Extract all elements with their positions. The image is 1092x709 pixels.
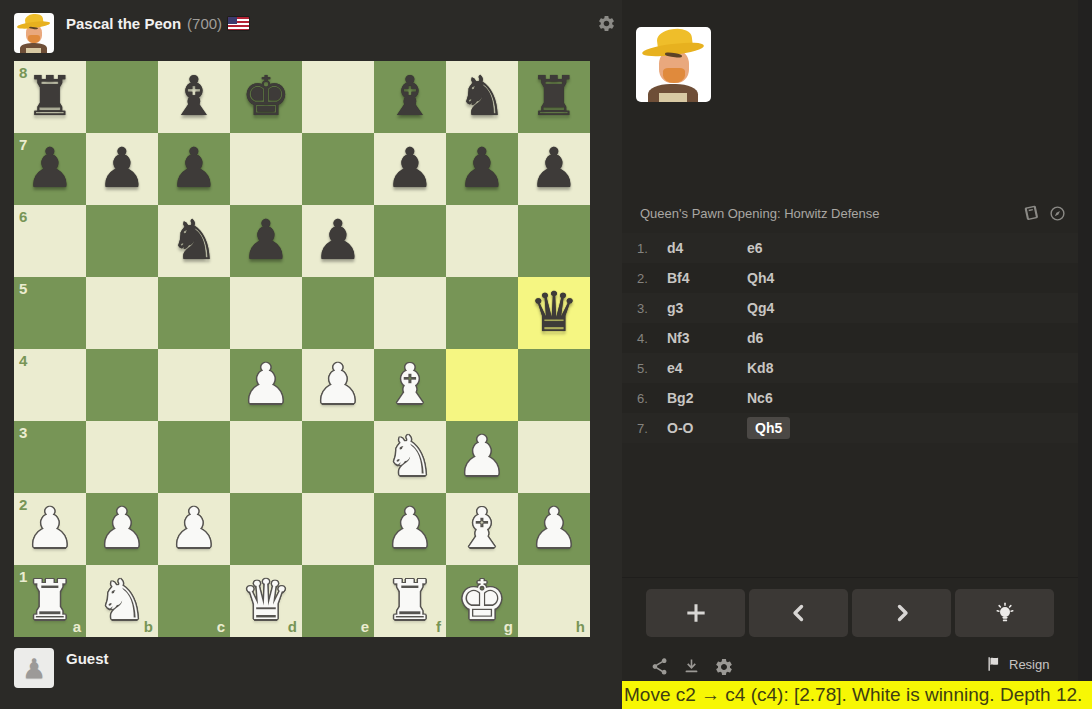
square-c4[interactable] (158, 349, 230, 421)
square-e5[interactable] (302, 277, 374, 349)
square-g8[interactable]: ♞ (446, 61, 518, 133)
move-list: 1.d4e62.Bf4Qh43.g3Qg44.Nf3d65.e4Kd86.Bg2… (622, 233, 1078, 443)
square-f4[interactable]: ♝ (374, 349, 446, 421)
move-row-2: 2.Bf4Qh4 (622, 263, 1078, 293)
black-move-Nc6[interactable]: Nc6 (747, 390, 773, 406)
square-b7[interactable]: ♟ (86, 133, 158, 205)
black-rook[interactable]: ♜ (518, 61, 590, 133)
white-pawn[interactable]: ♟ (302, 349, 374, 421)
black-pawn[interactable]: ♟ (374, 133, 446, 205)
white-pawn[interactable]: ♟ (446, 421, 518, 493)
nav-row (622, 577, 1078, 647)
avatar-shirt (659, 93, 688, 102)
top-player-rating: (700) (187, 15, 222, 32)
panel-settings-button[interactable] (714, 657, 734, 681)
white-move-Nf3[interactable]: Nf3 (667, 330, 747, 346)
move-number: 7. (637, 421, 667, 436)
square-h4[interactable] (518, 349, 590, 421)
file-label-c: c (217, 619, 225, 634)
white-pawn[interactable]: ♟ (518, 493, 590, 565)
square-f2[interactable]: ♟ (374, 493, 446, 565)
white-move-e4[interactable]: e4 (667, 360, 747, 376)
square-e6[interactable]: ♟ (302, 205, 374, 277)
move-number: 6. (637, 391, 667, 406)
chevron-right-icon (890, 601, 914, 625)
square-f7[interactable]: ♟ (374, 133, 446, 205)
square-f1[interactable]: f♜ (374, 565, 446, 637)
black-pawn[interactable]: ♟ (518, 133, 590, 205)
move-row-5: 5.e4Kd8 (622, 353, 1078, 383)
share-button[interactable] (650, 657, 669, 680)
black-king[interactable]: ♚ (230, 61, 302, 133)
white-pawn[interactable]: ♟ (374, 493, 446, 565)
move-number: 4. (637, 331, 667, 346)
square-d6[interactable]: ♟ (230, 205, 302, 277)
square-c1[interactable]: c (158, 565, 230, 637)
black-pawn[interactable]: ♟ (14, 133, 86, 205)
explorer-compass-icon[interactable] (1049, 205, 1066, 222)
white-king[interactable]: ♚ (446, 565, 518, 637)
black-move-Qh5[interactable]: Qh5 (747, 420, 790, 436)
white-move-g3[interactable]: g3 (667, 300, 747, 316)
square-f5[interactable] (374, 277, 446, 349)
square-b3[interactable] (86, 421, 158, 493)
white-rook[interactable]: ♜ (14, 565, 86, 637)
move-number: 3. (637, 301, 667, 316)
panel-scrollbar[interactable] (1078, 0, 1092, 709)
square-c2[interactable]: ♟ (158, 493, 230, 565)
square-f8[interactable]: ♝ (374, 61, 446, 133)
move-row-3: 3.g3Qg4 (622, 293, 1078, 323)
square-g6[interactable] (446, 205, 518, 277)
square-a2[interactable]: 2♟ (14, 493, 86, 565)
square-g2[interactable]: ♝ (446, 493, 518, 565)
rank-label-5: 5 (19, 281, 27, 296)
square-g4[interactable] (446, 349, 518, 421)
square-c5[interactable] (158, 277, 230, 349)
square-d8[interactable]: ♚ (230, 61, 302, 133)
plus-icon (683, 600, 709, 626)
top-player-name[interactable]: Pascal the Peon (66, 15, 181, 32)
rank-label-6: 6 (19, 209, 27, 224)
opening-book-icon[interactable] (1021, 203, 1041, 223)
forward-button[interactable] (852, 589, 951, 637)
top-player-bar: Pascal the Peon (700) (14, 13, 249, 53)
move-row-6: 6.Bg2Nc6 (622, 383, 1078, 413)
black-move-Qg4[interactable]: Qg4 (747, 300, 774, 316)
white-rook[interactable]: ♜ (374, 565, 446, 637)
square-c8[interactable]: ♝ (158, 61, 230, 133)
square-c6[interactable]: ♞ (158, 205, 230, 277)
square-h2[interactable]: ♟ (518, 493, 590, 565)
square-g3[interactable]: ♟ (446, 421, 518, 493)
white-move-Bf4[interactable]: Bf4 (667, 270, 747, 286)
move-number: 5. (637, 361, 667, 376)
black-queen[interactable]: ♛ (518, 277, 590, 349)
square-f6[interactable] (374, 205, 446, 277)
move-row-4: 4.Nf3d6 (622, 323, 1078, 353)
square-d4[interactable]: ♟ (230, 349, 302, 421)
rank-label-4: 4 (19, 353, 27, 368)
square-d2[interactable] (230, 493, 302, 565)
hint-button[interactable] (955, 589, 1054, 637)
black-pawn[interactable]: ♟ (158, 133, 230, 205)
top-player-avatar[interactable] (14, 13, 54, 53)
us-flag-icon (228, 17, 249, 30)
black-pawn[interactable]: ♟ (230, 205, 302, 277)
square-h8[interactable]: ♜ (518, 61, 590, 133)
square-e2[interactable] (302, 493, 374, 565)
bot-profile-avatar[interactable] (636, 27, 711, 102)
game-panel: Queen's Pawn Opening: Horwitz Defense 1.… (622, 0, 1092, 709)
square-c7[interactable]: ♟ (158, 133, 230, 205)
move-row-1: 1.d4e6 (622, 233, 1078, 263)
square-b5[interactable] (86, 277, 158, 349)
resign-button[interactable]: Resign (984, 655, 1049, 673)
square-e3[interactable] (302, 421, 374, 493)
bottom-player-bar: ♟ Guest (14, 648, 109, 688)
square-a5[interactable]: 5 (14, 277, 86, 349)
black-move-d6[interactable]: d6 (747, 330, 763, 346)
opening-name: Queen's Pawn Opening: Horwitz Defense (640, 206, 1023, 221)
square-a3[interactable]: 3 (14, 421, 86, 493)
square-b6[interactable] (86, 205, 158, 277)
white-pawn[interactable]: ♟ (230, 349, 302, 421)
square-h1[interactable]: h (518, 565, 590, 637)
bottom-player-name[interactable]: Guest (66, 650, 109, 667)
white-bishop[interactable]: ♝ (446, 493, 518, 565)
tools-row: Resign (622, 655, 1078, 681)
file-label-e: e (361, 619, 369, 634)
white-pawn[interactable]: ♟ (14, 493, 86, 565)
black-knight[interactable]: ♞ (446, 61, 518, 133)
black-pawn[interactable]: ♟ (86, 133, 158, 205)
square-e7[interactable] (302, 133, 374, 205)
square-a4[interactable]: 4 (14, 349, 86, 421)
square-e8[interactable] (302, 61, 374, 133)
share-icon (650, 657, 669, 676)
move-number: 2. (637, 271, 667, 286)
move-number: 1. (637, 241, 667, 256)
opening-row: Queen's Pawn Opening: Horwitz Defense (640, 203, 1078, 223)
square-h7[interactable]: ♟ (518, 133, 590, 205)
black-bishop[interactable]: ♝ (374, 61, 446, 133)
white-bishop[interactable]: ♝ (374, 349, 446, 421)
download-icon (682, 657, 701, 676)
lightbulb-icon (992, 600, 1018, 626)
current-move-chip[interactable]: Qh5 (747, 417, 790, 439)
black-knight[interactable]: ♞ (158, 205, 230, 277)
white-pawn[interactable]: ♟ (158, 493, 230, 565)
square-b1[interactable]: b♞ (86, 565, 158, 637)
guest-pawn-icon: ♟ (22, 655, 46, 682)
square-b8[interactable] (86, 61, 158, 133)
black-move-e6[interactable]: e6 (747, 240, 763, 256)
bottom-player-avatar[interactable]: ♟ (14, 648, 54, 688)
square-a6[interactable]: 6 (14, 205, 86, 277)
white-pawn[interactable]: ♟ (86, 493, 158, 565)
square-h3[interactable] (518, 421, 590, 493)
black-pawn[interactable]: ♟ (446, 133, 518, 205)
square-d7[interactable] (230, 133, 302, 205)
square-a7[interactable]: 7♟ (14, 133, 86, 205)
square-b2[interactable]: ♟ (86, 493, 158, 565)
square-e4[interactable]: ♟ (302, 349, 374, 421)
square-a8[interactable]: 8♜ (14, 61, 86, 133)
gear-icon (714, 657, 734, 677)
white-move-O-O[interactable]: O-O (667, 420, 747, 436)
square-g1[interactable]: g♚ (446, 565, 518, 637)
white-queen[interactable]: ♛ (230, 565, 302, 637)
black-pawn[interactable]: ♟ (302, 205, 374, 277)
add-move-button[interactable] (646, 589, 745, 637)
move-row-7: 7.O-OQh5 (622, 413, 1078, 443)
square-f3[interactable]: ♞ (374, 421, 446, 493)
square-e1[interactable]: e (302, 565, 374, 637)
square-d1[interactable]: d♛ (230, 565, 302, 637)
white-knight[interactable]: ♞ (86, 565, 158, 637)
board-settings-icon[interactable] (597, 14, 616, 33)
square-c3[interactable] (158, 421, 230, 493)
engine-eval-banner: Move c2 → c4 (c4): [2.78]. White is winn… (622, 681, 1092, 709)
white-move-d4[interactable]: d4 (667, 240, 747, 256)
square-g7[interactable]: ♟ (446, 133, 518, 205)
square-h6[interactable] (518, 205, 590, 277)
resign-flag-icon (984, 655, 1002, 673)
white-knight[interactable]: ♞ (374, 421, 446, 493)
black-rook[interactable]: ♜ (14, 61, 86, 133)
download-button[interactable] (682, 657, 701, 680)
square-b4[interactable] (86, 349, 158, 421)
square-g5[interactable] (446, 277, 518, 349)
square-h5[interactable]: ♛ (518, 277, 590, 349)
file-label-h: h (576, 619, 585, 634)
square-a1[interactable]: 1a♜ (14, 565, 86, 637)
rank-label-3: 3 (19, 425, 27, 440)
square-d3[interactable] (230, 421, 302, 493)
chess-board: 8♜♝♚♝♞♜7♟♟♟♟♟♟6♞♟♟5♛4♟♟♝3♞♟2♟♟♟♟♝♟1a♜b♞c… (14, 61, 590, 637)
avatar-shirt (26, 48, 41, 53)
square-d5[interactable] (230, 277, 302, 349)
back-button[interactable] (749, 589, 848, 637)
black-move-Kd8[interactable]: Kd8 (747, 360, 773, 376)
chevron-left-icon (787, 601, 811, 625)
black-move-Qh4[interactable]: Qh4 (747, 270, 774, 286)
resign-label: Resign (1009, 657, 1049, 672)
white-move-Bg2[interactable]: Bg2 (667, 390, 747, 406)
black-bishop[interactable]: ♝ (158, 61, 230, 133)
